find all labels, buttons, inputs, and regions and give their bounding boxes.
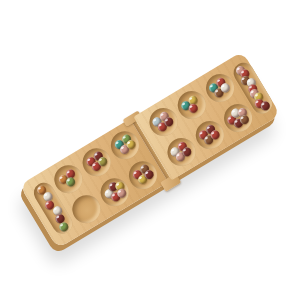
pit-right-far-1[interactable] xyxy=(144,102,182,140)
pit-right-near-1[interactable] xyxy=(162,132,200,170)
pit-right-near-2[interactable] xyxy=(190,115,228,153)
pit-left-far-2[interactable] xyxy=(77,143,115,181)
pit-left-near-2[interactable] xyxy=(95,173,133,211)
product-photo-background xyxy=(0,0,300,300)
pit-right-far-2[interactable] xyxy=(172,85,210,123)
mancala-board xyxy=(20,51,281,248)
